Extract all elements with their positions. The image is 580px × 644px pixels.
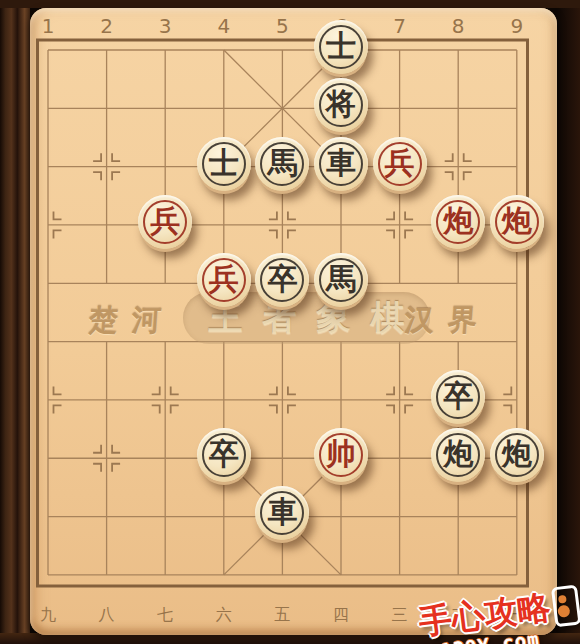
black-piece-車[interactable]: 車 [255,486,309,540]
black-piece-炮[interactable]: 炮 [431,428,485,482]
file-label-bottom-3: 七 [157,605,173,626]
xiangqi-app: 123456789 九八七六五四三二一 王者象棋 楚河 汉界 士将士馬車兵兵炮炮… [0,0,580,644]
piece-glyph: 車 [267,497,297,527]
piece-glyph: 卒 [443,381,473,411]
piece-glyph: 炮 [502,439,532,469]
red-piece-炮[interactable]: 炮 [490,195,544,249]
red-piece-炮[interactable]: 炮 [431,195,485,249]
piece-glyph: 士 [326,31,356,61]
piece-glyph: 炮 [502,206,532,236]
piece-glyph: 卒 [267,264,297,294]
red-piece-兵[interactable]: 兵 [197,253,251,307]
file-label-bottom-1: 九 [40,605,56,626]
black-piece-炮[interactable]: 炮 [490,428,544,482]
piece-glyph: 兵 [209,264,239,294]
black-piece-士[interactable]: 士 [197,137,251,191]
red-piece-帅[interactable]: 帅 [314,428,368,482]
person-icon [558,594,567,603]
piece-glyph: 炮 [443,439,473,469]
file-label-bottom-6: 四 [333,605,349,626]
piece-glyph: 炮 [443,206,473,236]
piece-glyph: 兵 [385,148,415,178]
black-piece-将[interactable]: 将 [314,78,368,132]
file-label-bottom-5: 五 [274,605,290,626]
xiangqi-board: 123456789 九八七六五四三二一 王者象棋 楚河 汉界 士将士馬車兵兵炮炮… [30,8,557,635]
red-piece-兵[interactable]: 兵 [138,195,192,249]
piece-glyph: 卒 [209,439,239,469]
black-piece-卒[interactable]: 卒 [255,253,309,307]
piece-glyph: 士 [209,148,239,178]
piece-glyph: 馬 [326,264,356,294]
black-piece-馬[interactable]: 馬 [255,137,309,191]
black-piece-車[interactable]: 車 [314,137,368,191]
file-label-bottom-4: 六 [216,605,232,626]
red-piece-兵[interactable]: 兵 [373,137,427,191]
piece-glyph: 将 [326,89,356,119]
piece-glyph: 馬 [267,148,297,178]
file-label-bottom-2: 八 [99,605,115,626]
black-piece-卒[interactable]: 卒 [431,370,485,424]
piece-glyph: 帅 [326,439,356,469]
black-piece-士[interactable]: 士 [314,20,368,74]
black-piece-卒[interactable]: 卒 [197,428,251,482]
phone-icon [551,584,580,627]
piece-glyph: 兵 [150,206,180,236]
piece-glyph: 車 [326,148,356,178]
wood-frame-top [0,0,580,8]
black-piece-馬[interactable]: 馬 [314,253,368,307]
pieces-layer: 士将士馬車兵兵炮炮兵卒馬卒卒帅炮炮車 [19,21,546,604]
